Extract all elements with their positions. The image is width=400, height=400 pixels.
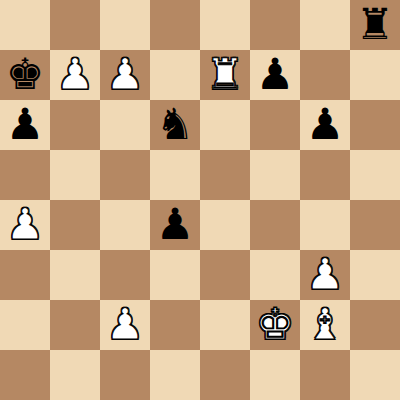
- square-f4[interactable]: [250, 200, 300, 250]
- square-h2[interactable]: [350, 300, 400, 350]
- square-h6[interactable]: [350, 100, 400, 150]
- piece-black-pawn[interactable]: ♟: [6, 99, 45, 149]
- square-h8[interactable]: ♜: [350, 0, 400, 50]
- square-f3[interactable]: [250, 250, 300, 300]
- piece-black-pawn[interactable]: ♟: [156, 199, 195, 249]
- square-d5[interactable]: [150, 150, 200, 200]
- square-b5[interactable]: [50, 150, 100, 200]
- square-f7[interactable]: ♟: [250, 50, 300, 100]
- square-e5[interactable]: [200, 150, 250, 200]
- square-g8[interactable]: [300, 0, 350, 50]
- square-b3[interactable]: [50, 250, 100, 300]
- square-f5[interactable]: [250, 150, 300, 200]
- piece-black-king[interactable]: ♚: [6, 49, 45, 99]
- piece-white-bishop[interactable]: ♝: [306, 299, 345, 349]
- square-f2[interactable]: ♚: [250, 300, 300, 350]
- square-d7[interactable]: [150, 50, 200, 100]
- square-a7[interactable]: ♚: [0, 50, 50, 100]
- square-h7[interactable]: [350, 50, 400, 100]
- square-a1[interactable]: [0, 350, 50, 400]
- square-b2[interactable]: [50, 300, 100, 350]
- square-h1[interactable]: [350, 350, 400, 400]
- square-c3[interactable]: [100, 250, 150, 300]
- square-b1[interactable]: [50, 350, 100, 400]
- square-c4[interactable]: [100, 200, 150, 250]
- square-h5[interactable]: [350, 150, 400, 200]
- piece-white-rook[interactable]: ♜: [206, 49, 245, 99]
- square-e1[interactable]: [200, 350, 250, 400]
- square-d1[interactable]: [150, 350, 200, 400]
- piece-black-knight[interactable]: ♞: [156, 99, 195, 149]
- square-f6[interactable]: [250, 100, 300, 150]
- square-c5[interactable]: [100, 150, 150, 200]
- piece-black-rook[interactable]: ♜: [356, 0, 395, 49]
- square-a4[interactable]: ♟: [0, 200, 50, 250]
- square-c7[interactable]: ♟: [100, 50, 150, 100]
- square-g1[interactable]: [300, 350, 350, 400]
- piece-white-pawn[interactable]: ♟: [306, 249, 345, 299]
- square-e4[interactable]: [200, 200, 250, 250]
- square-c2[interactable]: ♟: [100, 300, 150, 350]
- piece-black-pawn[interactable]: ♟: [256, 49, 295, 99]
- square-e3[interactable]: [200, 250, 250, 300]
- square-h3[interactable]: [350, 250, 400, 300]
- square-a8[interactable]: [0, 0, 50, 50]
- square-a2[interactable]: [0, 300, 50, 350]
- piece-white-pawn[interactable]: ♟: [106, 299, 145, 349]
- piece-white-pawn[interactable]: ♟: [6, 199, 45, 249]
- square-d4[interactable]: ♟: [150, 200, 200, 250]
- square-g7[interactable]: [300, 50, 350, 100]
- square-h4[interactable]: [350, 200, 400, 250]
- square-e7[interactable]: ♜: [200, 50, 250, 100]
- square-e8[interactable]: [200, 0, 250, 50]
- square-g2[interactable]: ♝: [300, 300, 350, 350]
- square-g6[interactable]: ♟: [300, 100, 350, 150]
- square-b8[interactable]: [50, 0, 100, 50]
- square-d6[interactable]: ♞: [150, 100, 200, 150]
- square-f1[interactable]: [250, 350, 300, 400]
- square-g3[interactable]: ♟: [300, 250, 350, 300]
- square-c1[interactable]: [100, 350, 150, 400]
- square-f8[interactable]: [250, 0, 300, 50]
- piece-white-king[interactable]: ♚: [256, 299, 295, 349]
- square-a5[interactable]: [0, 150, 50, 200]
- square-d2[interactable]: [150, 300, 200, 350]
- chess-board: ♜♚♟♟♜♟♟♞♟♟♟♟♟♚♝: [0, 0, 400, 400]
- square-d8[interactable]: [150, 0, 200, 50]
- square-c6[interactable]: [100, 100, 150, 150]
- piece-white-pawn[interactable]: ♟: [106, 49, 145, 99]
- piece-black-pawn[interactable]: ♟: [306, 99, 345, 149]
- square-b7[interactable]: ♟: [50, 50, 100, 100]
- square-a3[interactable]: [0, 250, 50, 300]
- square-e2[interactable]: [200, 300, 250, 350]
- square-e6[interactable]: [200, 100, 250, 150]
- square-b4[interactable]: [50, 200, 100, 250]
- square-a6[interactable]: ♟: [0, 100, 50, 150]
- square-c8[interactable]: [100, 0, 150, 50]
- square-g4[interactable]: [300, 200, 350, 250]
- square-b6[interactable]: [50, 100, 100, 150]
- square-g5[interactable]: [300, 150, 350, 200]
- piece-white-pawn[interactable]: ♟: [56, 49, 95, 99]
- square-d3[interactable]: [150, 250, 200, 300]
